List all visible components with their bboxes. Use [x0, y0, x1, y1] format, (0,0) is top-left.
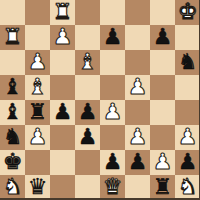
- piece-black-pawn[interactable]: ♟: [78, 126, 98, 148]
- piece-black-pawn[interactable]: ♟: [103, 26, 123, 48]
- piece-black-knight[interactable]: ♞: [178, 51, 198, 73]
- piece-white-knight[interactable]: ♞: [3, 176, 23, 198]
- square-e1[interactable]: ♛: [100, 175, 125, 200]
- square-a3[interactable]: ♞: [0, 125, 25, 150]
- piece-white-knight[interactable]: ♞: [178, 176, 198, 198]
- piece-white-king[interactable]: ♚: [178, 1, 198, 23]
- square-b5[interactable]: ♝: [25, 75, 50, 100]
- square-d1[interactable]: [75, 175, 100, 200]
- square-d5[interactable]: [75, 75, 100, 100]
- square-c2[interactable]: [50, 150, 75, 175]
- square-b6[interactable]: ♟: [25, 50, 50, 75]
- square-b8[interactable]: [25, 0, 50, 25]
- square-g2[interactable]: ♟: [150, 150, 175, 175]
- square-h5[interactable]: [175, 75, 200, 100]
- square-h3[interactable]: ♟: [175, 125, 200, 150]
- square-f4[interactable]: [125, 100, 150, 125]
- square-c3[interactable]: [50, 125, 75, 150]
- square-a4[interactable]: ♝: [0, 100, 25, 125]
- piece-black-queen[interactable]: ♛: [28, 176, 48, 198]
- square-g5[interactable]: [150, 75, 175, 100]
- piece-white-pawn[interactable]: ♟: [103, 101, 123, 123]
- piece-black-rook[interactable]: ♜: [153, 176, 173, 198]
- square-e2[interactable]: ♟: [100, 150, 125, 175]
- piece-white-rook[interactable]: ♜: [53, 1, 73, 23]
- square-e4[interactable]: ♟: [100, 100, 125, 125]
- piece-white-bishop[interactable]: ♝: [78, 51, 98, 73]
- square-d8[interactable]: [75, 0, 100, 25]
- piece-white-pawn[interactable]: ♟: [128, 76, 148, 98]
- square-g1[interactable]: ♜: [150, 175, 175, 200]
- square-d7[interactable]: [75, 25, 100, 50]
- square-e6[interactable]: [100, 50, 125, 75]
- square-f7[interactable]: [125, 25, 150, 50]
- square-c8[interactable]: ♜: [50, 0, 75, 25]
- piece-black-bishop[interactable]: ♝: [3, 76, 23, 98]
- chess-board-grid: ♜♚♜♟♟♟♟♝♞♝♝♟♝♜♟♟♟♞♟♟♟♟♚♟♟♟♟♞♛♛♜♞: [0, 0, 200, 200]
- piece-black-king[interactable]: ♚: [3, 151, 23, 173]
- square-a6[interactable]: [0, 50, 25, 75]
- piece-black-knight[interactable]: ♞: [3, 126, 23, 148]
- piece-black-rook[interactable]: ♜: [28, 101, 48, 123]
- square-e7[interactable]: ♟: [100, 25, 125, 50]
- piece-black-pawn[interactable]: ♟: [103, 151, 123, 173]
- piece-black-bishop[interactable]: ♝: [3, 101, 23, 123]
- piece-white-pawn[interactable]: ♟: [178, 126, 198, 148]
- square-f5[interactable]: ♟: [125, 75, 150, 100]
- square-c1[interactable]: [50, 175, 75, 200]
- square-g4[interactable]: [150, 100, 175, 125]
- piece-white-pawn[interactable]: ♟: [28, 51, 48, 73]
- square-b1[interactable]: ♛: [25, 175, 50, 200]
- square-f2[interactable]: ♟: [125, 150, 150, 175]
- square-f8[interactable]: [125, 0, 150, 25]
- square-d6[interactable]: ♝: [75, 50, 100, 75]
- square-h6[interactable]: ♞: [175, 50, 200, 75]
- square-a7[interactable]: ♜: [0, 25, 25, 50]
- square-f1[interactable]: [125, 175, 150, 200]
- square-b2[interactable]: [25, 150, 50, 175]
- square-b7[interactable]: [25, 25, 50, 50]
- piece-black-pawn[interactable]: ♟: [53, 101, 73, 123]
- square-g7[interactable]: ♟: [150, 25, 175, 50]
- square-e3[interactable]: [100, 125, 125, 150]
- square-g6[interactable]: [150, 50, 175, 75]
- square-b4[interactable]: ♜: [25, 100, 50, 125]
- piece-white-queen[interactable]: ♛: [103, 176, 123, 198]
- square-g8[interactable]: [150, 0, 175, 25]
- square-h7[interactable]: [175, 25, 200, 50]
- piece-white-bishop[interactable]: ♝: [28, 76, 48, 98]
- piece-black-pawn[interactable]: ♟: [153, 26, 173, 48]
- square-a5[interactable]: ♝: [0, 75, 25, 100]
- piece-white-pawn[interactable]: ♟: [153, 151, 173, 173]
- square-c5[interactable]: [50, 75, 75, 100]
- square-a8[interactable]: [0, 0, 25, 25]
- piece-black-pawn[interactable]: ♟: [128, 151, 148, 173]
- square-c6[interactable]: [50, 50, 75, 75]
- square-h4[interactable]: [175, 100, 200, 125]
- piece-white-pawn[interactable]: ♟: [128, 126, 148, 148]
- square-d3[interactable]: ♟: [75, 125, 100, 150]
- square-c4[interactable]: ♟: [50, 100, 75, 125]
- square-a2[interactable]: ♚: [0, 150, 25, 175]
- square-a1[interactable]: ♞: [0, 175, 25, 200]
- square-f6[interactable]: [125, 50, 150, 75]
- piece-white-pawn[interactable]: ♟: [28, 126, 48, 148]
- square-c7[interactable]: ♟: [50, 25, 75, 50]
- square-g3[interactable]: [150, 125, 175, 150]
- chess-board: ♜♚♜♟♟♟♟♝♞♝♝♟♝♜♟♟♟♞♟♟♟♟♚♟♟♟♟♞♛♛♜♞: [0, 0, 200, 200]
- piece-black-pawn[interactable]: ♟: [178, 151, 198, 173]
- piece-black-pawn[interactable]: ♟: [78, 101, 98, 123]
- square-h2[interactable]: ♟: [175, 150, 200, 175]
- square-d4[interactable]: ♟: [75, 100, 100, 125]
- square-e8[interactable]: [100, 0, 125, 25]
- piece-white-rook[interactable]: ♜: [3, 26, 23, 48]
- piece-white-pawn[interactable]: ♟: [53, 26, 73, 48]
- square-e5[interactable]: [100, 75, 125, 100]
- square-b3[interactable]: ♟: [25, 125, 50, 150]
- square-f3[interactable]: ♟: [125, 125, 150, 150]
- square-h1[interactable]: ♞: [175, 175, 200, 200]
- square-d2[interactable]: [75, 150, 100, 175]
- square-h8[interactable]: ♚: [175, 0, 200, 25]
